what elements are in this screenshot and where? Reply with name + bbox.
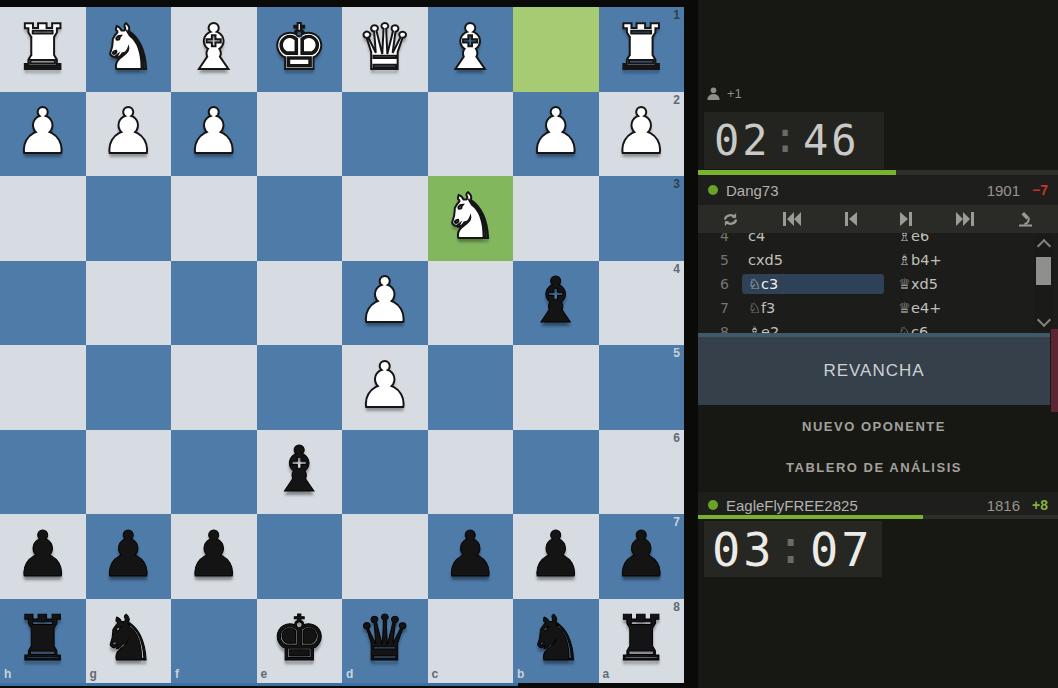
white-bishop-c1: ♝ — [442, 16, 498, 79]
spectators-label: +1 — [727, 86, 742, 101]
next-move-icon[interactable] — [896, 210, 916, 228]
square-b1[interactable] — [513, 7, 599, 92]
file-label-a: a — [603, 668, 610, 680]
move-number: 8 — [698, 324, 742, 333]
move-list[interactable]: 4c4♗e65cxd5♗b4+6♘c3♕xd57♘f3♕e4+8♗e2♘c6 — [698, 233, 1058, 333]
move-row-4: 4c4♗e6 — [698, 233, 1058, 248]
square-c3[interactable]: ♞ — [428, 176, 514, 261]
square-d5[interactable]: ♟ — [342, 345, 428, 430]
square-c6[interactable] — [428, 430, 514, 515]
black-pawn-g7: ♟ — [100, 523, 156, 586]
bottom-clock-separator: : — [777, 519, 808, 574]
move-number: 5 — [698, 252, 742, 268]
black-pawn-a7: ♟ — [613, 523, 669, 586]
top-player-name[interactable]: Dang73 — [726, 182, 979, 199]
bottom-clock-minutes: 03 — [712, 522, 775, 577]
square-f4[interactable] — [171, 261, 257, 346]
move-number: 4 — [698, 233, 742, 244]
rematch-button[interactable]: REVANCHA — [698, 333, 1050, 405]
square-a1[interactable]: ♜1 — [599, 7, 685, 92]
black-queen-d8: ♛ — [357, 607, 413, 670]
top-clock-seconds: 46 — [803, 116, 860, 165]
square-e1[interactable]: ♚ — [257, 7, 343, 92]
square-h3[interactable] — [0, 176, 86, 261]
square-h6[interactable] — [0, 430, 86, 515]
square-d1[interactable]: ♛ — [342, 7, 428, 92]
square-e4[interactable] — [257, 261, 343, 346]
bottom-clock-seconds: 07 — [810, 522, 873, 577]
square-e3[interactable] — [257, 176, 343, 261]
bottom-time-bar-fill — [698, 515, 923, 519]
replay-controls — [698, 205, 1058, 233]
move-row-6: 6♘c3♕xd5 — [698, 272, 1058, 296]
white-pawn-d4: ♟ — [357, 269, 413, 332]
black-pawn-f7: ♟ — [186, 523, 242, 586]
square-a7[interactable]: ♟7 — [599, 514, 685, 599]
white-pawn-a2: ♟ — [613, 100, 669, 163]
white-bishop-f1: ♝ — [186, 16, 242, 79]
white-knight-c3: ♞ — [442, 185, 498, 248]
file-label-f: f — [175, 668, 179, 680]
white-rook-a1: ♜ — [613, 16, 669, 79]
cycle-icon[interactable] — [718, 210, 743, 229]
online-dot — [708, 185, 718, 195]
square-b4[interactable]: ♝ — [513, 261, 599, 346]
square-d6[interactable] — [342, 430, 428, 515]
analysis-board-button[interactable]: TABLERO DE ANÁLISIS — [698, 448, 1050, 486]
square-d7[interactable] — [342, 514, 428, 599]
white-pawn-h2: ♟ — [15, 100, 71, 163]
square-g5[interactable] — [86, 345, 172, 430]
white-move-6[interactable]: ♘c3 — [742, 274, 884, 294]
square-a8[interactable]: ♜8a — [599, 599, 685, 684]
top-clock: 02:46 — [704, 112, 884, 169]
white-move-7[interactable]: ♘f3 — [742, 298, 781, 318]
square-d2[interactable] — [342, 92, 428, 177]
rank-label-4: 4 — [673, 263, 680, 275]
scrollbar-thumb[interactable] — [1036, 257, 1051, 285]
square-b6[interactable] — [513, 430, 599, 515]
file-label-c: c — [432, 668, 439, 680]
file-label-b: b — [517, 668, 524, 680]
bottom-time-bar — [698, 515, 1058, 519]
rank-label-8: 8 — [673, 601, 680, 613]
scroll-up-icon[interactable] — [1037, 239, 1051, 253]
black-knight-b8: ♞ — [528, 607, 584, 670]
square-e8[interactable]: ♚e — [257, 599, 343, 684]
online-dot — [708, 500, 718, 510]
square-h2[interactable]: ♟ — [0, 92, 86, 177]
red-strip — [1051, 329, 1058, 412]
white-pawn-b2: ♟ — [528, 100, 584, 163]
black-pawn-h7: ♟ — [15, 523, 71, 586]
white-pawn-f2: ♟ — [186, 100, 242, 163]
square-e7[interactable] — [257, 514, 343, 599]
black-rook-h8: ♜ — [15, 607, 71, 670]
black-move-4[interactable]: ♗e6 — [892, 233, 935, 246]
black-move-6[interactable]: ♕xd5 — [892, 274, 944, 294]
square-b7[interactable]: ♟ — [513, 514, 599, 599]
analysis-microscope-icon[interactable] — [1014, 209, 1038, 229]
black-pawn-c7: ♟ — [442, 523, 498, 586]
white-move-8[interactable]: ♗e2 — [742, 322, 785, 333]
square-d4[interactable]: ♟ — [342, 261, 428, 346]
square-a5[interactable]: 5 — [599, 345, 685, 430]
game-panel: +1 02:46 Dang73 1901 −7 — [698, 0, 1058, 688]
move-row-5: 5cxd5♗b4+ — [698, 248, 1058, 272]
bottom-player-rating-change: +8 — [1032, 497, 1048, 513]
rank-label-2: 2 — [673, 94, 680, 106]
square-f1[interactable]: ♝ — [171, 7, 257, 92]
square-d3[interactable] — [342, 176, 428, 261]
move-number: 6 — [698, 276, 742, 292]
black-move-7[interactable]: ♕e4+ — [892, 298, 947, 318]
square-h5[interactable] — [0, 345, 86, 430]
white-king-e1: ♚ — [271, 16, 327, 79]
square-b5[interactable] — [513, 345, 599, 430]
square-f6[interactable] — [171, 430, 257, 515]
square-b8[interactable]: ♞b — [513, 599, 599, 684]
square-h1[interactable]: ♜ — [0, 7, 86, 92]
bottom-player-rating: 1816 — [987, 497, 1020, 514]
first-move-icon[interactable] — [779, 210, 805, 228]
move-list-rows: 4c4♗e65cxd5♗b4+6♘c3♕xd57♘f3♕e4+8♗e2♘c6 — [698, 233, 1058, 333]
white-move-4[interactable]: c4 — [742, 233, 771, 246]
white-pawn-g2: ♟ — [100, 100, 156, 163]
top-clock-minutes: 02 — [714, 116, 771, 165]
square-c1[interactable]: ♝ — [428, 7, 514, 92]
square-c8[interactable]: c — [428, 599, 514, 684]
square-h8[interactable]: ♜h — [0, 599, 86, 684]
square-b3[interactable] — [513, 176, 599, 261]
square-c4[interactable] — [428, 261, 514, 346]
square-g3[interactable] — [86, 176, 172, 261]
square-h4[interactable] — [0, 261, 86, 346]
black-rook-a8: ♜ — [613, 607, 669, 670]
square-f5[interactable] — [171, 345, 257, 430]
square-a2[interactable]: ♟2 — [599, 92, 685, 177]
move-row-8: 8♗e2♘c6 — [698, 320, 1058, 333]
white-queen-d1: ♛ — [357, 16, 413, 79]
file-label-d: d — [346, 668, 353, 680]
top-player-row[interactable]: Dang73 1901 −7 — [698, 175, 1058, 205]
square-h7[interactable]: ♟ — [0, 514, 86, 599]
black-bishop-b4: ♝ — [528, 269, 584, 332]
square-f7[interactable]: ♟ — [171, 514, 257, 599]
black-move-5[interactable]: ♗b4+ — [892, 250, 948, 270]
top-clock-separator: : — [773, 113, 801, 162]
file-label-e: e — [261, 668, 268, 680]
square-g4[interactable] — [86, 261, 172, 346]
move-row-7: 7♘f3♕e4+ — [698, 296, 1058, 320]
rank-label-3: 3 — [673, 178, 680, 190]
black-knight-g8: ♞ — [100, 607, 156, 670]
white-pawn-d5: ♟ — [357, 354, 413, 417]
bottom-player-name[interactable]: EagleFlyFREE2825 — [726, 497, 979, 514]
rank-label-6: 6 — [673, 432, 680, 444]
square-e5[interactable] — [257, 345, 343, 430]
square-b2[interactable]: ♟ — [513, 92, 599, 177]
rank-label-7: 7 — [673, 516, 680, 528]
move-number: 7 — [698, 300, 742, 316]
square-g8[interactable]: ♞g — [86, 599, 172, 684]
black-pawn-b7: ♟ — [528, 523, 584, 586]
square-g6[interactable] — [86, 430, 172, 515]
square-g1[interactable]: ♞ — [86, 7, 172, 92]
new-opponent-button[interactable]: NUEVO OPONENTE — [698, 408, 1050, 444]
square-a6[interactable]: 6 — [599, 430, 685, 515]
file-label-h: h — [4, 668, 11, 680]
square-e2[interactable] — [257, 92, 343, 177]
square-a4[interactable]: 4 — [599, 261, 685, 346]
top-player-rating-change: −7 — [1032, 182, 1048, 198]
previous-move-icon[interactable] — [841, 210, 861, 228]
square-c2[interactable] — [428, 92, 514, 177]
last-move-icon[interactable] — [952, 210, 978, 228]
bottom-blue-line — [0, 683, 518, 686]
black-move-8[interactable]: ♘c6 — [892, 322, 934, 333]
black-king-e8: ♚ — [271, 607, 327, 670]
square-g7[interactable]: ♟ — [86, 514, 172, 599]
top-player-rating: 1901 — [987, 182, 1020, 199]
rank-label-1: 1 — [673, 9, 680, 21]
bottom-clock: 03:07 — [704, 521, 882, 577]
black-bishop-e6: ♝ — [271, 438, 327, 501]
square-a3[interactable]: 3 — [599, 176, 685, 261]
square-g2[interactable]: ♟ — [86, 92, 172, 177]
square-e6[interactable]: ♝ — [257, 430, 343, 515]
square-f3[interactable] — [171, 176, 257, 261]
rank-label-5: 5 — [673, 347, 680, 359]
white-knight-g1: ♞ — [100, 16, 156, 79]
white-move-5[interactable]: cxd5 — [742, 250, 789, 270]
spectator-person-icon — [706, 86, 721, 101]
move-list-scrollbar[interactable] — [1034, 235, 1054, 331]
file-label-g: g — [90, 668, 97, 680]
square-f8[interactable]: f — [171, 599, 257, 684]
spectators-count: +1 — [706, 86, 742, 101]
square-c7[interactable]: ♟ — [428, 514, 514, 599]
square-d8[interactable]: ♛d — [342, 599, 428, 684]
white-rook-h1: ♜ — [15, 16, 71, 79]
square-c5[interactable] — [428, 345, 514, 430]
square-f2[interactable]: ♟ — [171, 92, 257, 177]
chess-board: ♜♞♝♚♛♝♜1♟♟♟♟♟2♞3♟♝4♟5♝6♟♟♟♟♟♟7♜h♞gf♚e♛dc… — [0, 7, 684, 683]
scroll-down-icon[interactable] — [1037, 313, 1051, 327]
